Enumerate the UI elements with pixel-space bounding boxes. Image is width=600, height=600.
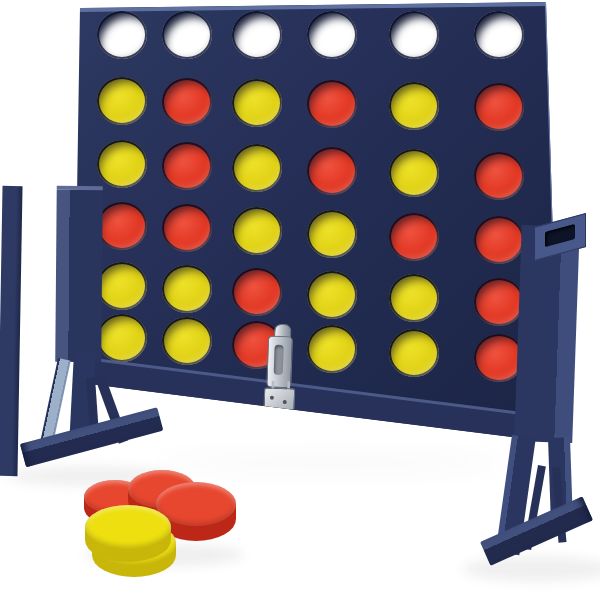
cell-r5c4[interactable] [307, 271, 357, 319]
shadow [150, 450, 510, 476]
cell-r3c4[interactable] [307, 147, 357, 195]
cell-r1c1[interactable] [97, 11, 147, 59]
board-top-edge [80, 2, 548, 12]
cell-r3c6[interactable] [474, 152, 524, 200]
cell-r4c5[interactable] [389, 213, 439, 261]
cell-r4c6[interactable] [474, 216, 524, 264]
cell-r5c1[interactable] [97, 262, 147, 310]
cell-r1c3[interactable] [232, 11, 282, 59]
cell-r6c4[interactable] [307, 325, 357, 373]
latch-screw [270, 396, 274, 400]
cell-r6c5[interactable] [389, 329, 439, 377]
shadow [462, 556, 600, 582]
latch-screw [283, 400, 287, 404]
latch-base-plate [263, 387, 295, 410]
left-support-post [55, 186, 103, 362]
cell-r2c6[interactable] [474, 83, 524, 131]
latch[interactable] [261, 323, 304, 408]
cell-r3c5[interactable] [389, 149, 439, 197]
cell-r5c5[interactable] [389, 274, 439, 322]
cell-r1c4[interactable] [307, 11, 357, 59]
cell-r2c2[interactable] [162, 78, 212, 126]
cell-r2c1[interactable] [97, 77, 147, 125]
cell-r5c3[interactable] [232, 268, 282, 316]
cell-r5c2[interactable] [162, 265, 212, 313]
cell-r4c1[interactable] [97, 202, 147, 250]
cell-r2c4[interactable] [307, 80, 357, 128]
right-support-post [514, 225, 580, 443]
cell-r3c3[interactable] [232, 144, 282, 192]
right-post-slot [545, 224, 575, 247]
loose-yellow-disc-2[interactable] [85, 505, 171, 562]
cell-r4c4[interactable] [307, 210, 357, 258]
cell-r6c2[interactable] [162, 317, 212, 365]
cell-r3c2[interactable] [162, 142, 212, 190]
cell-r5c6[interactable] [474, 278, 524, 326]
cell-r4c2[interactable] [162, 204, 212, 252]
left-rear-leg [0, 186, 23, 476]
cell-r3c1[interactable] [97, 140, 147, 188]
cell-r4c3[interactable] [232, 207, 282, 255]
cell-r1c5[interactable] [389, 11, 439, 59]
cell-r1c2[interactable] [162, 11, 212, 59]
cell-r2c3[interactable] [232, 79, 282, 127]
cell-r1c6[interactable] [474, 11, 524, 59]
game-board [66, 0, 566, 452]
cell-r2c5[interactable] [389, 82, 439, 130]
cell-r6c1[interactable] [97, 314, 147, 362]
scene [0, 0, 600, 600]
